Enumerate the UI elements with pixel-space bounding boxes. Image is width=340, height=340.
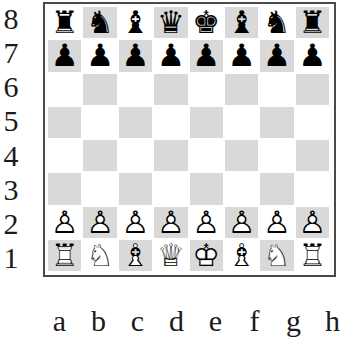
file-label-c: c (118, 302, 157, 340)
file-labels: abcdefgh (40, 302, 340, 340)
square-e3[interactable] (189, 172, 224, 205)
square-d2[interactable]: ♟♙ (153, 206, 188, 239)
square-b3[interactable] (82, 172, 117, 205)
square-h1[interactable]: ♜♖ (295, 239, 330, 272)
square-e2[interactable]: ♟♙ (189, 206, 224, 239)
white-pawn-fill: ♟ (295, 206, 330, 239)
square-h4[interactable] (295, 139, 330, 172)
piece-white-pawn: ♙ (47, 206, 82, 239)
white-king-fill: ♚ (189, 239, 224, 272)
white-pawn-fill: ♟ (224, 206, 259, 239)
square-a1[interactable]: ♜♖ (47, 239, 82, 272)
rank-label-5: 5 (0, 104, 22, 138)
file-label-d: d (157, 302, 196, 340)
square-g7[interactable]: ♟ (259, 39, 294, 72)
square-g8[interactable]: ♞ (259, 6, 294, 39)
square-f5[interactable] (224, 106, 259, 139)
file-label-b: b (79, 302, 118, 340)
white-pawn-fill: ♟ (259, 206, 294, 239)
square-d6[interactable] (153, 73, 188, 106)
square-c3[interactable] (118, 172, 153, 205)
square-f8[interactable]: ♝ (224, 6, 259, 39)
piece-white-pawn: ♙ (153, 206, 188, 239)
piece-black-knight: ♞ (82, 6, 117, 39)
white-pawn-fill: ♟ (82, 206, 117, 239)
square-b6[interactable] (82, 73, 117, 106)
rank-label-4: 4 (0, 139, 22, 173)
white-pawn-fill: ♟ (47, 206, 82, 239)
square-h8[interactable]: ♜ (295, 6, 330, 39)
square-a7[interactable]: ♟ (47, 39, 82, 72)
rank-label-1: 1 (0, 241, 22, 275)
piece-black-pawn: ♟ (118, 39, 153, 72)
piece-white-pawn: ♙ (82, 206, 117, 239)
square-g2[interactable]: ♟♙ (259, 206, 294, 239)
piece-black-pawn: ♟ (295, 39, 330, 72)
piece-black-pawn: ♟ (47, 39, 82, 72)
piece-black-pawn: ♟ (224, 39, 259, 72)
rank-label-3: 3 (0, 173, 22, 207)
piece-black-rook: ♜ (295, 6, 330, 39)
piece-white-rook: ♖ (295, 239, 330, 272)
square-c6[interactable] (118, 73, 153, 106)
square-g5[interactable] (259, 106, 294, 139)
square-c5[interactable] (118, 106, 153, 139)
square-f4[interactable] (224, 139, 259, 172)
square-c4[interactable] (118, 139, 153, 172)
square-f7[interactable]: ♟ (224, 39, 259, 72)
square-f2[interactable]: ♟♙ (224, 206, 259, 239)
file-label-g: g (274, 302, 313, 340)
piece-white-king: ♔ (189, 239, 224, 272)
square-d5[interactable] (153, 106, 188, 139)
square-a4[interactable] (47, 139, 82, 172)
square-a3[interactable] (47, 172, 82, 205)
piece-white-knight: ♘ (82, 239, 117, 272)
file-label-f: f (235, 302, 274, 340)
piece-white-pawn: ♙ (118, 206, 153, 239)
white-rook-fill: ♜ (295, 239, 330, 272)
piece-white-bishop: ♗ (224, 239, 259, 272)
piece-white-pawn: ♙ (224, 206, 259, 239)
piece-black-king: ♚ (189, 6, 224, 39)
square-e7[interactable]: ♟ (189, 39, 224, 72)
white-pawn-fill: ♟ (118, 206, 153, 239)
square-b8[interactable]: ♞ (82, 6, 117, 39)
square-b2[interactable]: ♟♙ (82, 206, 117, 239)
piece-black-bishop: ♝ (118, 6, 153, 39)
square-c1[interactable]: ♝♗ (118, 239, 153, 272)
square-c2[interactable]: ♟♙ (118, 206, 153, 239)
piece-black-pawn: ♟ (153, 39, 188, 72)
square-d3[interactable] (153, 172, 188, 205)
piece-white-pawn: ♙ (295, 206, 330, 239)
white-pawn-fill: ♟ (189, 206, 224, 239)
square-a6[interactable] (47, 73, 82, 106)
piece-black-knight: ♞ (259, 6, 294, 39)
white-bishop-fill: ♝ (224, 239, 259, 272)
white-queen-fill: ♛ (153, 239, 188, 272)
square-e8[interactable]: ♚ (189, 6, 224, 39)
square-f6[interactable] (224, 73, 259, 106)
file-label-a: a (40, 302, 79, 340)
square-b7[interactable]: ♟ (82, 39, 117, 72)
square-h5[interactable] (295, 106, 330, 139)
square-g6[interactable] (259, 73, 294, 106)
square-d8[interactable]: ♛ (153, 6, 188, 39)
square-g1[interactable]: ♞♘ (259, 239, 294, 272)
white-knight-fill: ♞ (82, 239, 117, 272)
piece-black-pawn: ♟ (259, 39, 294, 72)
square-d4[interactable] (153, 139, 188, 172)
square-b1[interactable]: ♞♘ (82, 239, 117, 272)
white-rook-fill: ♜ (47, 239, 82, 272)
rank-label-8: 8 (0, 2, 22, 36)
piece-white-rook: ♖ (47, 239, 82, 272)
square-f1[interactable]: ♝♗ (224, 239, 259, 272)
square-c7[interactable]: ♟ (118, 39, 153, 72)
piece-black-pawn: ♟ (82, 39, 117, 72)
rank-labels: 87654321 (0, 2, 22, 275)
piece-white-pawn: ♙ (189, 206, 224, 239)
file-label-e: e (196, 302, 235, 340)
square-a2[interactable]: ♟♙ (47, 206, 82, 239)
square-f3[interactable] (224, 172, 259, 205)
square-g4[interactable] (259, 139, 294, 172)
piece-black-queen: ♛ (153, 6, 188, 39)
file-label-h: h (313, 302, 340, 340)
rank-label-7: 7 (0, 36, 22, 70)
square-e4[interactable] (189, 139, 224, 172)
square-e5[interactable] (189, 106, 224, 139)
square-g3[interactable] (259, 172, 294, 205)
piece-white-bishop: ♗ (118, 239, 153, 272)
square-c8[interactable]: ♝ (118, 6, 153, 39)
square-h3[interactable] (295, 172, 330, 205)
square-a5[interactable] (47, 106, 82, 139)
piece-black-rook: ♜ (47, 6, 82, 39)
white-pawn-fill: ♟ (153, 206, 188, 239)
square-b4[interactable] (82, 139, 117, 172)
square-h7[interactable]: ♟ (295, 39, 330, 72)
piece-white-pawn: ♙ (259, 206, 294, 239)
square-d1[interactable]: ♛♕ (153, 239, 188, 272)
square-e1[interactable]: ♚♔ (189, 239, 224, 272)
rank-label-6: 6 (0, 70, 22, 104)
white-knight-fill: ♞ (259, 239, 294, 272)
square-h6[interactable] (295, 73, 330, 106)
square-h2[interactable]: ♟♙ (295, 206, 330, 239)
chess-board: ♜♞♝♛♚♝♞♜♟♟♟♟♟♟♟♟♟♙♟♙♟♙♟♙♟♙♟♙♟♙♟♙♜♖♞♘♝♗♛♕… (43, 2, 336, 277)
piece-black-pawn: ♟ (189, 39, 224, 72)
piece-white-queen: ♕ (153, 239, 188, 272)
square-e6[interactable] (189, 73, 224, 106)
chess-diagram: 87654321 ♜♞♝♛♚♝♞♜♟♟♟♟♟♟♟♟♟♙♟♙♟♙♟♙♟♙♟♙♟♙♟… (0, 0, 340, 340)
square-b5[interactable] (82, 106, 117, 139)
piece-black-bishop: ♝ (224, 6, 259, 39)
rank-label-2: 2 (0, 207, 22, 241)
square-a8[interactable]: ♜ (47, 6, 82, 39)
piece-white-knight: ♘ (259, 239, 294, 272)
square-d7[interactable]: ♟ (153, 39, 188, 72)
white-bishop-fill: ♝ (118, 239, 153, 272)
